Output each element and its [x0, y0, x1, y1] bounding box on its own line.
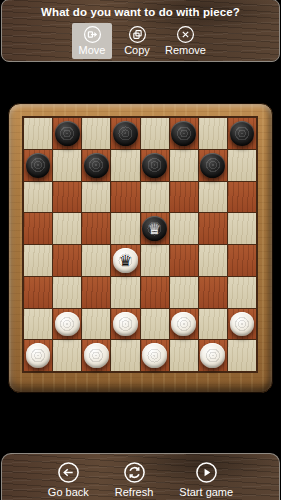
- board-cell[interactable]: [199, 277, 227, 308]
- board-cell[interactable]: [170, 277, 198, 308]
- checker-black[interactable]: [26, 153, 51, 178]
- board-cell[interactable]: [199, 150, 227, 181]
- king-crown-icon: ♕: [142, 216, 167, 241]
- dialog-actions: Move Copy Remove: [2, 23, 279, 59]
- toolbar-buttons: Go back Refresh Start game: [2, 460, 279, 499]
- board-cell[interactable]: [228, 277, 256, 308]
- board-cell[interactable]: [141, 118, 169, 149]
- board-cell[interactable]: [24, 150, 52, 181]
- board-cell[interactable]: [199, 340, 227, 371]
- board-cell[interactable]: [228, 182, 256, 213]
- back-icon: [57, 461, 80, 484]
- board-cell[interactable]: ♛: [111, 245, 139, 276]
- refresh-label: Refresh: [115, 486, 154, 498]
- board-cell[interactable]: [199, 213, 227, 244]
- go-back-label: Go back: [48, 486, 89, 498]
- board-cell[interactable]: [228, 245, 256, 276]
- action-dialog: What do you want to do with piece? Move …: [1, 0, 280, 62]
- board-cell[interactable]: [228, 213, 256, 244]
- board-cell[interactable]: [24, 213, 52, 244]
- board-cell[interactable]: [141, 309, 169, 340]
- refresh-button[interactable]: Refresh: [109, 460, 160, 499]
- board-cell[interactable]: [111, 118, 139, 149]
- board-cell[interactable]: [53, 340, 81, 371]
- board-cell[interactable]: [111, 182, 139, 213]
- board-cell[interactable]: [111, 213, 139, 244]
- board-cell[interactable]: [53, 245, 81, 276]
- board-cell[interactable]: [82, 213, 110, 244]
- board-cell[interactable]: [82, 309, 110, 340]
- checker-white[interactable]: [230, 312, 255, 337]
- start-game-label: Start game: [179, 486, 233, 498]
- board-cell[interactable]: [82, 182, 110, 213]
- board-cell[interactable]: [24, 245, 52, 276]
- go-back-button[interactable]: Go back: [42, 460, 95, 499]
- board-cell[interactable]: [82, 340, 110, 371]
- dialog-title: What do you want to do with piece?: [2, 6, 279, 18]
- copy-icon: [127, 25, 148, 44]
- board-cell[interactable]: [24, 340, 52, 371]
- board-cell[interactable]: [141, 150, 169, 181]
- board-cell[interactable]: [141, 277, 169, 308]
- board-cell[interactable]: [82, 150, 110, 181]
- checker-white[interactable]: [171, 312, 196, 337]
- board-cell[interactable]: [170, 213, 198, 244]
- board-cell[interactable]: [228, 340, 256, 371]
- board-cell[interactable]: [228, 118, 256, 149]
- board-cell[interactable]: [24, 277, 52, 308]
- move-icon: [82, 25, 103, 44]
- checker-black[interactable]: [200, 153, 225, 178]
- checker-white[interactable]: [200, 343, 225, 368]
- checker-white[interactable]: [26, 343, 51, 368]
- checker-white[interactable]: [142, 343, 167, 368]
- board-cell[interactable]: [199, 245, 227, 276]
- board-cell[interactable]: [82, 118, 110, 149]
- king-crown-icon: ♛: [113, 248, 138, 273]
- board-cell[interactable]: [228, 309, 256, 340]
- board-cell[interactable]: [53, 150, 81, 181]
- checkers-board-grid: ♕♛: [22, 116, 258, 373]
- checker-black[interactable]: [113, 121, 138, 146]
- board-cell[interactable]: [170, 118, 198, 149]
- checker-black[interactable]: [171, 121, 196, 146]
- board-cell[interactable]: [53, 182, 81, 213]
- board-cell[interactable]: [53, 118, 81, 149]
- board-cell[interactable]: [53, 309, 81, 340]
- board-cell[interactable]: [141, 245, 169, 276]
- board-cell[interactable]: [24, 309, 52, 340]
- board-cell[interactable]: [24, 182, 52, 213]
- checker-white[interactable]: [113, 312, 138, 337]
- board-cell[interactable]: [199, 182, 227, 213]
- copy-button[interactable]: Copy: [117, 23, 157, 59]
- checker-black[interactable]: [142, 153, 167, 178]
- board-cell[interactable]: [53, 277, 81, 308]
- board-cell[interactable]: [170, 340, 198, 371]
- remove-icon: [175, 25, 196, 44]
- board-cell[interactable]: [53, 213, 81, 244]
- copy-button-label: Copy: [124, 44, 150, 56]
- start-game-button[interactable]: Start game: [173, 460, 239, 499]
- board-cell[interactable]: [199, 309, 227, 340]
- checker-black[interactable]: [84, 153, 109, 178]
- checker-white-king[interactable]: ♛: [113, 248, 138, 273]
- board-cell[interactable]: [82, 277, 110, 308]
- checker-white[interactable]: [55, 312, 80, 337]
- board-cell[interactable]: [111, 340, 139, 371]
- board-cell[interactable]: [111, 309, 139, 340]
- board-cell[interactable]: [141, 340, 169, 371]
- board-cell[interactable]: ♕: [141, 213, 169, 244]
- move-button-label: Move: [79, 44, 106, 56]
- board-cell[interactable]: [170, 182, 198, 213]
- board-cell[interactable]: [82, 245, 110, 276]
- board-cell[interactable]: [170, 150, 198, 181]
- checker-black[interactable]: [230, 121, 255, 146]
- board-cell[interactable]: [141, 182, 169, 213]
- board-cell[interactable]: [170, 309, 198, 340]
- remove-button[interactable]: Remove: [162, 23, 209, 59]
- start-icon: [195, 461, 218, 484]
- game-toolbar: Go back Refresh Start game: [1, 453, 280, 500]
- board-cell[interactable]: [199, 118, 227, 149]
- board-cell[interactable]: [111, 150, 139, 181]
- board-cell[interactable]: [170, 245, 198, 276]
- board-cell[interactable]: [111, 277, 139, 308]
- checker-white[interactable]: [84, 343, 109, 368]
- checker-black-king[interactable]: ♕: [142, 216, 167, 241]
- refresh-icon: [123, 461, 146, 484]
- checkers-board: ♕♛: [8, 103, 273, 393]
- board-cell[interactable]: [24, 118, 52, 149]
- board-cell[interactable]: [228, 150, 256, 181]
- checker-black[interactable]: [55, 121, 80, 146]
- move-button[interactable]: Move: [72, 23, 112, 59]
- remove-button-label: Remove: [165, 44, 206, 56]
